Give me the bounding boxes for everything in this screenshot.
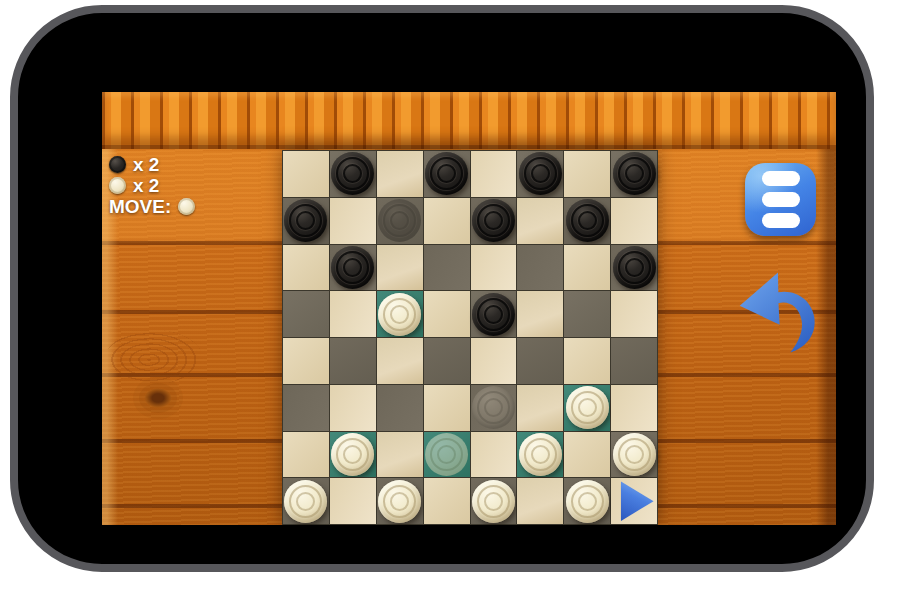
wood-top-strip — [102, 92, 836, 149]
hud-dark-count: x 2 — [109, 154, 195, 175]
square-r1c7 — [564, 151, 610, 197]
square-r6c4 — [424, 385, 470, 431]
square-r7c1 — [283, 432, 329, 478]
tablet-frame: x 2 x 2 MOVE: — [10, 5, 874, 572]
square-r8c2 — [330, 478, 376, 524]
square-r7c7 — [564, 432, 610, 478]
square-r2c6 — [517, 198, 563, 244]
square-r7c2[interactable] — [330, 432, 376, 478]
light-piece[interactable] — [566, 480, 609, 523]
square-r1c1 — [283, 151, 329, 197]
square-r8c8 — [611, 478, 657, 524]
dark-piece[interactable] — [566, 199, 609, 242]
square-r4c3[interactable] — [377, 291, 423, 337]
square-r1c2[interactable] — [330, 151, 376, 197]
dark-piece[interactable] — [331, 152, 374, 195]
dark-piece-icon — [109, 156, 126, 173]
square-r6c6 — [517, 385, 563, 431]
square-r4c2 — [330, 291, 376, 337]
square-r7c8[interactable] — [611, 432, 657, 478]
square-r8c4 — [424, 478, 470, 524]
square-r7c4[interactable] — [424, 432, 470, 478]
wood-knot — [144, 388, 172, 408]
square-r1c6[interactable] — [517, 151, 563, 197]
ghost-light-piece — [425, 433, 468, 476]
move-label: MOVE: — [109, 196, 171, 217]
square-r7c5 — [471, 432, 517, 478]
ghost-gray-piece — [472, 386, 515, 429]
square-r5c1 — [283, 338, 329, 384]
dark-piece[interactable] — [425, 152, 468, 195]
square-r6c7[interactable] — [564, 385, 610, 431]
light-piece-icon — [109, 177, 126, 194]
square-r8c7[interactable] — [564, 478, 610, 524]
dark-piece[interactable] — [519, 152, 562, 195]
move-marker-triangle[interactable] — [621, 481, 654, 521]
square-r4c1[interactable] — [283, 291, 329, 337]
square-r3c7 — [564, 245, 610, 291]
light-piece[interactable] — [566, 386, 609, 429]
menu-icon — [762, 171, 800, 186]
undo-arrow-icon — [734, 262, 824, 356]
game-screen: x 2 x 2 MOVE: — [102, 92, 836, 525]
move-side-icon — [178, 198, 195, 215]
square-r5c2[interactable] — [330, 338, 376, 384]
square-r2c8 — [611, 198, 657, 244]
square-r2c5[interactable] — [471, 198, 517, 244]
light-piece[interactable] — [378, 480, 421, 523]
square-r7c3 — [377, 432, 423, 478]
light-count-label: x 2 — [133, 175, 159, 196]
checkers-board[interactable] — [282, 150, 658, 525]
square-r4c5[interactable] — [471, 291, 517, 337]
square-r2c2 — [330, 198, 376, 244]
square-r1c4[interactable] — [424, 151, 470, 197]
square-r8c6 — [517, 478, 563, 524]
square-r4c4 — [424, 291, 470, 337]
square-r2c1[interactable] — [283, 198, 329, 244]
square-r3c2[interactable] — [330, 245, 376, 291]
wood-grain-swirl — [106, 330, 202, 384]
square-r2c4 — [424, 198, 470, 244]
dark-piece[interactable] — [331, 246, 374, 289]
light-piece[interactable] — [519, 433, 562, 476]
square-r3c4[interactable] — [424, 245, 470, 291]
square-r2c7[interactable] — [564, 198, 610, 244]
square-r5c4[interactable] — [424, 338, 470, 384]
menu-icon — [762, 213, 800, 228]
ghost-dark-piece — [378, 199, 421, 242]
square-r3c3 — [377, 245, 423, 291]
dark-piece[interactable] — [284, 199, 327, 242]
light-piece[interactable] — [613, 433, 656, 476]
square-r5c8[interactable] — [611, 338, 657, 384]
square-r1c5 — [471, 151, 517, 197]
hud: x 2 x 2 MOVE: — [109, 154, 195, 217]
dark-piece[interactable] — [472, 199, 515, 242]
square-r1c8[interactable] — [611, 151, 657, 197]
light-piece[interactable] — [331, 433, 374, 476]
square-r1c3 — [377, 151, 423, 197]
square-r7c6[interactable] — [517, 432, 563, 478]
menu-icon — [762, 192, 800, 207]
square-r3c8[interactable] — [611, 245, 657, 291]
square-r4c7[interactable] — [564, 291, 610, 337]
square-r6c3[interactable] — [377, 385, 423, 431]
square-r5c6[interactable] — [517, 338, 563, 384]
screenshot-root: x 2 x 2 MOVE: — [0, 0, 900, 592]
hud-light-count: x 2 — [109, 175, 195, 196]
light-piece[interactable] — [284, 480, 327, 523]
dark-piece[interactable] — [613, 246, 656, 289]
square-r6c5[interactable] — [471, 385, 517, 431]
square-r4c8 — [611, 291, 657, 337]
square-r3c6[interactable] — [517, 245, 563, 291]
square-r3c1 — [283, 245, 329, 291]
square-r6c2 — [330, 385, 376, 431]
dark-piece[interactable] — [613, 152, 656, 195]
undo-button[interactable] — [734, 262, 824, 356]
square-r8c1[interactable] — [283, 478, 329, 524]
square-r8c5[interactable] — [471, 478, 517, 524]
light-piece[interactable] — [472, 480, 515, 523]
square-r3c5 — [471, 245, 517, 291]
hud-move-indicator: MOVE: — [109, 196, 195, 217]
square-r5c3 — [377, 338, 423, 384]
square-r8c3[interactable] — [377, 478, 423, 524]
light-piece[interactable] — [378, 293, 421, 336]
square-r6c8 — [611, 385, 657, 431]
square-r4c6 — [517, 291, 563, 337]
square-r2c3[interactable] — [377, 198, 423, 244]
square-r5c7 — [564, 338, 610, 384]
dark-piece[interactable] — [472, 293, 515, 336]
menu-button[interactable] — [745, 163, 816, 236]
square-r6c1[interactable] — [283, 385, 329, 431]
square-r5c5 — [471, 338, 517, 384]
dark-count-label: x 2 — [133, 154, 159, 175]
